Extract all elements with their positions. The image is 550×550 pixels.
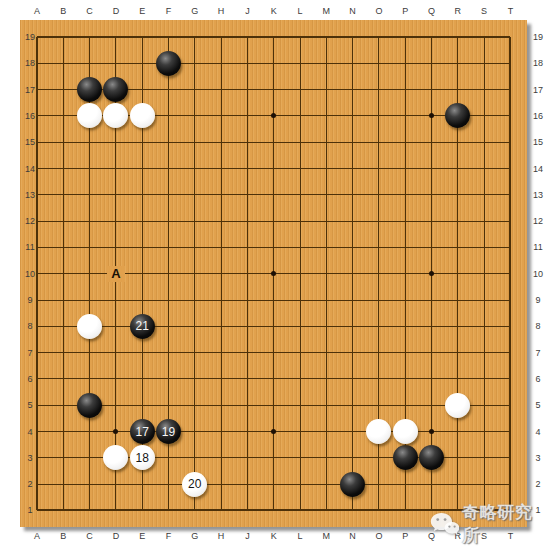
row-label-right-6: 6 [535, 374, 540, 384]
row-label-left-11: 11 [25, 242, 34, 252]
row-label-left-13: 13 [25, 190, 35, 200]
white-stone-E3: 18 [130, 445, 155, 470]
row-label-right-3: 3 [535, 453, 540, 463]
row-label-right-12: 12 [533, 216, 543, 226]
star-point-K16 [271, 113, 276, 118]
column-label-top-A: A [34, 6, 40, 16]
black-stone-E8: 21 [130, 314, 155, 339]
column-label-top-Q: Q [428, 6, 435, 16]
white-stone-C16 [77, 103, 102, 128]
white-stone-C8 [77, 314, 102, 339]
black-stone-N2 [340, 472, 365, 497]
grid-line-horizontal [37, 326, 510, 327]
grid-line-vertical [352, 37, 353, 510]
black-stone-F18 [156, 51, 181, 76]
grid-line-vertical [509, 37, 511, 510]
row-label-left-17: 17 [25, 85, 35, 95]
column-label-top-R: R [455, 6, 462, 16]
row-label-right-2: 2 [535, 479, 540, 489]
row-label-left-9: 9 [27, 295, 32, 305]
column-label-bottom-C: C [86, 531, 93, 541]
grid-line-horizontal [37, 484, 510, 485]
row-label-right-13: 13 [533, 190, 543, 200]
grid-line-vertical [484, 37, 485, 510]
white-stone-G2: 20 [182, 472, 207, 497]
row-label-left-1: 1 [27, 505, 32, 515]
column-label-bottom-F: F [166, 531, 172, 541]
row-label-right-14: 14 [533, 164, 543, 174]
row-label-left-6: 6 [27, 374, 32, 384]
column-label-bottom-A: A [34, 531, 40, 541]
row-label-left-7: 7 [27, 348, 32, 358]
column-label-top-H: H [218, 6, 225, 16]
go-board: A2117191820 [20, 20, 527, 527]
column-label-top-O: O [375, 6, 382, 16]
column-label-top-N: N [349, 6, 356, 16]
star-point-Q10 [429, 271, 434, 276]
row-label-left-14: 14 [25, 164, 35, 174]
black-stone-E4: 17 [130, 419, 155, 444]
row-label-right-16: 16 [533, 111, 543, 121]
row-label-left-3: 3 [27, 453, 32, 463]
move-number-20: 20 [188, 478, 201, 490]
row-label-right-17: 17 [533, 85, 543, 95]
row-label-right-19: 19 [533, 32, 543, 42]
grid-line-horizontal [37, 300, 510, 301]
row-label-right-1: 1 [535, 505, 540, 515]
column-label-bottom-P: P [402, 531, 408, 541]
column-label-bottom-Q: Q [428, 531, 435, 541]
row-label-right-8: 8 [535, 321, 540, 331]
column-label-bottom-D: D [113, 531, 120, 541]
row-label-right-5: 5 [535, 400, 540, 410]
white-stone-E16 [130, 103, 155, 128]
annotation-A-D10: A [107, 266, 125, 282]
column-label-bottom-K: K [271, 531, 277, 541]
black-stone-R16 [445, 103, 470, 128]
star-point-D4 [113, 429, 118, 434]
black-stone-C17 [77, 77, 102, 102]
grid-line-horizontal [37, 509, 510, 511]
white-stone-D16 [103, 103, 128, 128]
column-label-top-G: G [191, 6, 198, 16]
column-label-bottom-E: E [139, 531, 145, 541]
black-stone-F4: 19 [156, 419, 181, 444]
column-label-bottom-J: J [245, 531, 250, 541]
grid-line-horizontal [37, 352, 510, 353]
column-label-top-P: P [402, 6, 408, 16]
grid-line-vertical [326, 37, 327, 510]
row-label-left-2: 2 [27, 479, 32, 489]
row-label-right-11: 11 [533, 242, 542, 252]
column-label-top-E: E [139, 6, 145, 16]
white-stone-R5 [445, 393, 470, 418]
row-label-right-10: 10 [533, 269, 543, 279]
row-label-left-4: 4 [27, 427, 32, 437]
column-label-top-D: D [113, 6, 120, 16]
row-label-left-18: 18 [25, 58, 35, 68]
column-label-bottom-T: T [508, 531, 514, 541]
star-point-K4 [271, 429, 276, 434]
column-label-top-F: F [166, 6, 172, 16]
row-label-left-12: 12 [25, 216, 35, 226]
star-point-Q4 [429, 429, 434, 434]
column-label-bottom-O: O [375, 531, 382, 541]
column-label-bottom-S: S [481, 531, 487, 541]
row-label-right-4: 4 [535, 427, 540, 437]
column-label-top-C: C [86, 6, 93, 16]
go-diagram: A2117191820 AABBCCDDEEFFGGHHJJKKLLMMNNOO… [0, 0, 550, 550]
column-label-top-B: B [60, 6, 66, 16]
white-stone-P4 [393, 419, 418, 444]
grid-line-horizontal [37, 405, 510, 406]
row-label-left-15: 15 [25, 137, 35, 147]
black-stone-D17 [103, 77, 128, 102]
column-label-top-M: M [323, 6, 331, 16]
column-label-top-K: K [271, 6, 277, 16]
column-label-top-L: L [297, 6, 302, 16]
column-label-top-T: T [508, 6, 514, 16]
column-label-bottom-M: M [323, 531, 331, 541]
column-label-bottom-R: R [455, 531, 462, 541]
star-point-Q16 [429, 113, 434, 118]
black-stone-P3 [393, 445, 418, 470]
grid-line-vertical [300, 37, 301, 510]
white-stone-D3 [103, 445, 128, 470]
column-label-bottom-H: H [218, 531, 225, 541]
move-number-19: 19 [162, 426, 175, 438]
column-label-bottom-L: L [297, 531, 302, 541]
row-label-right-9: 9 [535, 295, 540, 305]
move-number-18: 18 [136, 452, 149, 464]
black-stone-C5 [77, 393, 102, 418]
column-label-top-S: S [481, 6, 487, 16]
black-stone-Q3 [419, 445, 444, 470]
star-point-K10 [271, 271, 276, 276]
row-label-right-15: 15 [533, 137, 543, 147]
column-label-bottom-G: G [191, 531, 198, 541]
move-number-21: 21 [136, 320, 149, 332]
white-stone-O4 [366, 419, 391, 444]
row-label-left-19: 19 [25, 32, 35, 42]
row-label-left-8: 8 [27, 321, 32, 331]
column-label-bottom-B: B [60, 531, 66, 541]
row-label-left-16: 16 [25, 111, 35, 121]
row-label-left-5: 5 [27, 400, 32, 410]
row-label-left-10: 10 [25, 269, 35, 279]
row-label-right-18: 18 [533, 58, 543, 68]
move-number-17: 17 [136, 426, 149, 438]
grid-line-horizontal [37, 378, 510, 379]
column-label-top-J: J [245, 6, 250, 16]
row-label-right-7: 7 [535, 348, 540, 358]
column-label-bottom-N: N [349, 531, 356, 541]
